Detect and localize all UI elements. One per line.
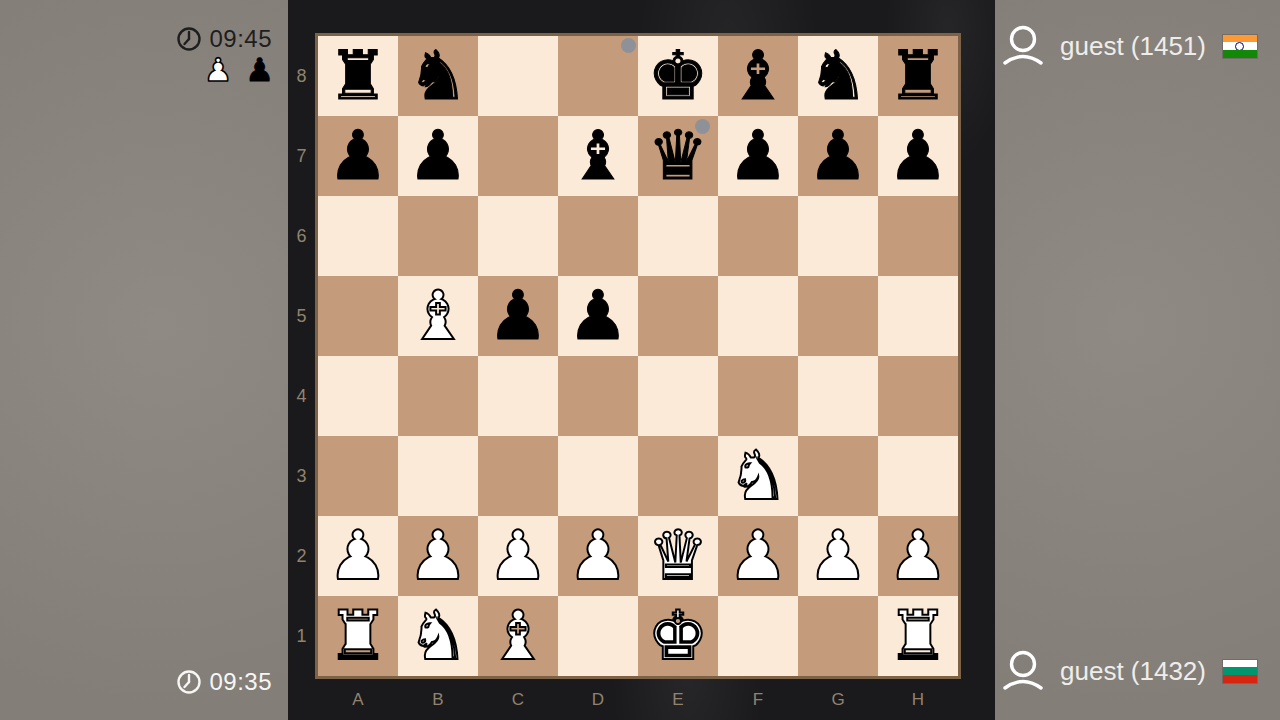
square-d5[interactable]: ♟: [558, 276, 638, 356]
square-c4[interactable]: [478, 356, 558, 436]
square-a8[interactable]: ♜: [318, 36, 398, 116]
square-d2[interactable]: ♟: [558, 516, 638, 596]
white-knight-b1[interactable]: ♞: [408, 596, 469, 676]
black-knight-b8[interactable]: ♞: [408, 36, 469, 116]
white-pawn-c2[interactable]: ♟: [488, 516, 549, 596]
right-panel: [995, 0, 1280, 720]
white-knight-f3[interactable]: ♞: [728, 436, 789, 516]
black-bishop-f8[interactable]: ♝: [728, 36, 789, 116]
clock-icon: [176, 669, 202, 695]
user-icon: [1003, 24, 1043, 68]
square-h4[interactable]: [878, 356, 958, 436]
square-g7[interactable]: ♟: [798, 116, 878, 196]
app-window: 09:45 ♟♟ 09:35 ♜♞♚♝♞♜♟♟♝♛♟♟♟♝♟♟♞♟♟♟♟♛♟♟♟…: [0, 0, 1280, 720]
square-f5[interactable]: [718, 276, 798, 356]
square-c7[interactable]: [478, 116, 558, 196]
captured-white-pawn-icon: ♟: [204, 50, 233, 90]
rank-label-6: 6: [288, 196, 315, 276]
square-g2[interactable]: ♟: [798, 516, 878, 596]
square-h8[interactable]: ♜: [878, 36, 958, 116]
square-b8[interactable]: ♞: [398, 36, 478, 116]
square-g8[interactable]: ♞: [798, 36, 878, 116]
square-c8[interactable]: [478, 36, 558, 116]
square-a6[interactable]: [318, 196, 398, 276]
square-b2[interactable]: ♟: [398, 516, 478, 596]
file-label-h: H: [878, 684, 958, 716]
square-b1[interactable]: ♞: [398, 596, 478, 676]
square-d7[interactable]: ♝: [558, 116, 638, 196]
square-h3[interactable]: [878, 436, 958, 516]
square-e4[interactable]: [638, 356, 718, 436]
square-c2[interactable]: ♟: [478, 516, 558, 596]
square-c1[interactable]: ♝: [478, 596, 558, 676]
square-d8[interactable]: [558, 36, 638, 116]
rank-label-5: 5: [288, 276, 315, 356]
bottom-player-clock: 09:35: [0, 668, 272, 696]
square-a4[interactable]: [318, 356, 398, 436]
top-player-clock: 09:45: [0, 25, 272, 53]
square-h5[interactable]: [878, 276, 958, 356]
square-g6[interactable]: [798, 196, 878, 276]
square-b7[interactable]: ♟: [398, 116, 478, 196]
square-e8[interactable]: ♚: [638, 36, 718, 116]
white-pawn-f2[interactable]: ♟: [728, 516, 789, 596]
black-pawn-f7[interactable]: ♟: [728, 116, 789, 196]
black-pawn-c5[interactable]: ♟: [488, 276, 549, 356]
file-label-g: G: [798, 684, 878, 716]
square-g5[interactable]: [798, 276, 878, 356]
square-e7[interactable]: ♛: [638, 116, 718, 196]
square-h2[interactable]: ♟: [878, 516, 958, 596]
square-a5[interactable]: [318, 276, 398, 356]
white-rook-h1[interactable]: ♜: [888, 596, 949, 676]
square-f1[interactable]: [718, 596, 798, 676]
bulgaria-flag-stripe: [1223, 667, 1257, 675]
black-bishop-d7[interactable]: ♝: [568, 116, 629, 196]
top-player-info[interactable]: guest (1451): [1003, 24, 1257, 68]
square-a3[interactable]: [318, 436, 398, 516]
square-h1[interactable]: ♜: [878, 596, 958, 676]
top-player-name: guest (1451): [1060, 31, 1206, 62]
square-b5[interactable]: ♝: [398, 276, 478, 356]
square-b4[interactable]: [398, 356, 478, 436]
black-rook-a8[interactable]: ♜: [328, 36, 389, 116]
captured-black-pawn-icon: ♟: [245, 50, 274, 90]
black-pawn-h7[interactable]: ♟: [888, 116, 949, 196]
square-a1[interactable]: ♜: [318, 596, 398, 676]
file-label-d: D: [558, 684, 638, 716]
file-label-a: A: [318, 684, 398, 716]
white-bishop-c1[interactable]: ♝: [488, 596, 549, 676]
square-e5[interactable]: [638, 276, 718, 356]
square-f4[interactable]: [718, 356, 798, 436]
user-icon: [1003, 649, 1043, 693]
file-label-b: B: [398, 684, 478, 716]
square-c3[interactable]: [478, 436, 558, 516]
white-pawn-g2[interactable]: ♟: [808, 516, 869, 596]
square-e6[interactable]: [638, 196, 718, 276]
square-a7[interactable]: ♟: [318, 116, 398, 196]
bulgaria-flag-stripe: [1223, 675, 1257, 683]
file-labels: ABCDEFGH: [318, 684, 958, 716]
square-f7[interactable]: ♟: [718, 116, 798, 196]
square-e1[interactable]: ♚: [638, 596, 718, 676]
file-label-e: E: [638, 684, 718, 716]
top-clock-time: 09:45: [209, 25, 272, 53]
square-g1[interactable]: [798, 596, 878, 676]
file-label-f: F: [718, 684, 798, 716]
left-panel: [0, 0, 288, 720]
bulgaria-flag-stripe: [1223, 660, 1257, 668]
white-rook-a1[interactable]: ♜: [328, 596, 389, 676]
black-pawn-d5[interactable]: ♟: [568, 276, 629, 356]
square-c6[interactable]: [478, 196, 558, 276]
square-f8[interactable]: ♝: [718, 36, 798, 116]
square-d3[interactable]: [558, 436, 638, 516]
white-king-e1[interactable]: ♚: [648, 596, 709, 676]
square-f2[interactable]: ♟: [718, 516, 798, 596]
white-pawn-d2[interactable]: ♟: [568, 516, 629, 596]
square-g4[interactable]: [798, 356, 878, 436]
white-queen-e2[interactable]: ♛: [648, 516, 709, 596]
rank-label-7: 7: [288, 116, 315, 196]
square-d6[interactable]: [558, 196, 638, 276]
black-pawn-b7[interactable]: ♟: [408, 116, 469, 196]
white-pawn-b2[interactable]: ♟: [408, 516, 469, 596]
square-e3[interactable]: [638, 436, 718, 516]
black-pawn-g7[interactable]: ♟: [808, 116, 869, 196]
square-f6[interactable]: [718, 196, 798, 276]
square-c5[interactable]: ♟: [478, 276, 558, 356]
square-d4[interactable]: [558, 356, 638, 436]
square-d1[interactable]: [558, 596, 638, 676]
top-player-flag: [1223, 35, 1257, 58]
square-h6[interactable]: [878, 196, 958, 276]
bottom-clock-time: 09:35: [209, 668, 272, 696]
rank-labels: 87654321: [288, 36, 315, 676]
rank-label-1: 1: [288, 596, 315, 676]
bottom-player-name: guest (1432): [1060, 656, 1206, 687]
square-b6[interactable]: [398, 196, 478, 276]
square-h7[interactable]: ♟: [878, 116, 958, 196]
black-knight-g8[interactable]: ♞: [808, 36, 869, 116]
india-flag-stripe: [1223, 42, 1257, 50]
india-flag-stripe: [1223, 50, 1257, 58]
board[interactable]: ♜♞♚♝♞♜♟♟♝♛♟♟♟♝♟♟♞♟♟♟♟♛♟♟♟♜♞♝♚♜: [318, 36, 958, 676]
black-rook-h8[interactable]: ♜: [888, 36, 949, 116]
white-bishop-b5[interactable]: ♝: [408, 276, 469, 356]
clock-icon: [176, 26, 202, 52]
rank-label-2: 2: [288, 516, 315, 596]
black-queen-e7[interactable]: ♛: [648, 116, 709, 196]
black-pawn-a7[interactable]: ♟: [328, 116, 389, 196]
square-f3[interactable]: ♞: [718, 436, 798, 516]
square-b3[interactable]: [398, 436, 478, 516]
square-g3[interactable]: [798, 436, 878, 516]
india-flag-stripe: [1223, 35, 1257, 43]
square-e2[interactable]: ♛: [638, 516, 718, 596]
rank-label-8: 8: [288, 36, 315, 116]
rank-label-3: 3: [288, 436, 315, 516]
captured-pieces-tray: ♟♟: [0, 50, 274, 90]
board-frame: ♜♞♚♝♞♜♟♟♝♛♟♟♟♝♟♟♞♟♟♟♟♛♟♟♟♜♞♝♚♜: [315, 33, 961, 679]
rank-label-4: 4: [288, 356, 315, 436]
white-pawn-h2[interactable]: ♟: [888, 516, 949, 596]
bottom-player-info[interactable]: guest (1432): [1003, 649, 1257, 693]
black-king-e8[interactable]: ♚: [648, 36, 709, 116]
bottom-player-flag: [1223, 660, 1257, 683]
white-pawn-a2[interactable]: ♟: [328, 516, 389, 596]
file-label-c: C: [478, 684, 558, 716]
square-a2[interactable]: ♟: [318, 516, 398, 596]
